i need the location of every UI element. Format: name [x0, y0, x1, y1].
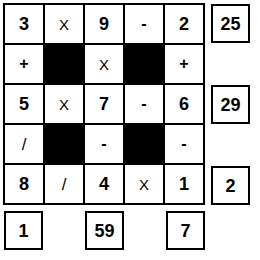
col-result-box-3: 59: [85, 211, 124, 250]
cell-r5c5: 1: [165, 165, 203, 203]
cell-r4c5: -: [165, 125, 203, 163]
black-cell-r4c4: [125, 125, 163, 163]
cell-r5c1: 8: [5, 165, 43, 203]
black-cell-r4c2: [45, 125, 83, 163]
cell-r5c3: 4: [85, 165, 123, 203]
cell-r3c4: -: [125, 85, 163, 123]
cell-r2c1: +: [5, 45, 43, 83]
black-cell-r2c2: [45, 45, 83, 83]
col-result-box-1: 1: [4, 211, 43, 250]
cell-r4c1: /: [5, 125, 43, 163]
row-result-box-3: 29: [211, 85, 250, 124]
cell-r3c1: 5: [5, 85, 43, 123]
col-result-box-5: 7: [166, 211, 205, 250]
crossmath-board: 3X9-2+X+5X7-6/--8/4X1 25 29 2 1 59 7: [0, 0, 260, 260]
cell-r3c3: 7: [85, 85, 123, 123]
cell-r3c5: 6: [165, 85, 203, 123]
cell-r4c3: -: [85, 125, 123, 163]
cell-r1c3: 9: [85, 5, 123, 43]
cell-r5c4: X: [125, 165, 163, 203]
row-result-box-1: 25: [211, 4, 250, 43]
cell-r2c5: +: [165, 45, 203, 83]
cell-r2c3: X: [85, 45, 123, 83]
black-cell-r2c4: [125, 45, 163, 83]
cell-r1c4: -: [125, 5, 163, 43]
cell-r5c2: /: [45, 165, 83, 203]
cell-r1c1: 3: [5, 5, 43, 43]
cell-r1c2: X: [45, 5, 83, 43]
row-result-box-5: 2: [211, 166, 250, 205]
cell-r3c2: X: [45, 85, 83, 123]
main-grid: 3X9-2+X+5X7-6/--8/4X1: [3, 3, 205, 205]
cell-r1c5: 2: [165, 5, 203, 43]
